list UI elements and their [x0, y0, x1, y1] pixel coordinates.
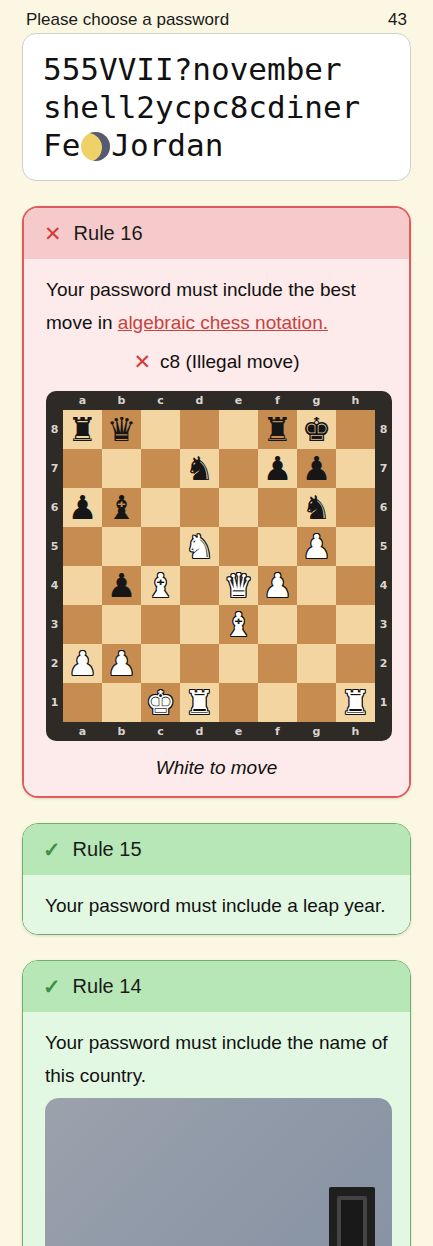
- rank-label-3: 3: [375, 605, 392, 644]
- square-f1: [258, 683, 297, 722]
- piece-wK-c1: ♚: [146, 683, 176, 722]
- square-h6: [336, 488, 375, 527]
- piece-wB-e3: ♝: [224, 605, 254, 644]
- square-a5: [63, 527, 102, 566]
- square-c2: [141, 644, 180, 683]
- rule-16-card: ✕ Rule 16 Your password must include the…: [22, 206, 411, 798]
- piece-bB-b6: ♝: [107, 488, 137, 527]
- square-g2: [297, 644, 336, 683]
- file-label-d: d: [180, 391, 219, 410]
- board-corner: [375, 391, 392, 410]
- piece-wB-c4: ♝: [146, 566, 176, 605]
- square-b2: ♟: [102, 644, 141, 683]
- rank-label-1: 1: [375, 683, 392, 722]
- file-label-b: b: [102, 722, 141, 741]
- rank-label-6: 6: [46, 488, 63, 527]
- rule-15-body: Your password must include a leap year.: [23, 875, 410, 934]
- piece-bQ-b8: ♛: [107, 410, 137, 449]
- password-input[interactable]: 555VVII?november shell2ycpc8cdiner FeJor…: [22, 33, 411, 181]
- file-label-f: f: [258, 391, 297, 410]
- square-h4: [336, 566, 375, 605]
- rank-label-5: 5: [46, 527, 63, 566]
- square-e2: [219, 644, 258, 683]
- rank-label-6: 6: [375, 488, 392, 527]
- square-e3: ♝: [219, 605, 258, 644]
- square-a8: ♜: [63, 410, 102, 449]
- page-title: Please choose a password: [26, 10, 229, 30]
- square-a2: ♟: [63, 644, 102, 683]
- piece-bP-a6: ♟: [68, 488, 98, 527]
- password-line-3-pre: Fe: [43, 127, 80, 163]
- square-d3: [180, 605, 219, 644]
- square-h1: ♜: [336, 683, 375, 722]
- board-corner: [46, 391, 63, 410]
- check-icon: ✓: [43, 839, 61, 860]
- piece-bP-f7: ♟: [263, 449, 293, 488]
- square-d7: ♞: [180, 449, 219, 488]
- file-label-g: g: [297, 722, 336, 741]
- square-b3: [102, 605, 141, 644]
- square-f7: ♟: [258, 449, 297, 488]
- square-e4: ♛: [219, 566, 258, 605]
- square-c3: [141, 605, 180, 644]
- x-icon: ✕: [134, 351, 152, 372]
- piece-wP-g5: ♟: [302, 527, 332, 566]
- rule-14-title: Rule 14: [73, 975, 142, 998]
- x-icon: ✕: [44, 223, 62, 244]
- square-b8: ♛: [102, 410, 141, 449]
- square-e7: [219, 449, 258, 488]
- file-label-g: g: [297, 391, 336, 410]
- square-c8: [141, 410, 180, 449]
- square-d5: ♞: [180, 527, 219, 566]
- rank-label-5: 5: [375, 527, 392, 566]
- square-b7: [102, 449, 141, 488]
- piece-bK-g8: ♚: [302, 410, 332, 449]
- square-b5: [102, 527, 141, 566]
- rule-15-card: ✓ Rule 15 Your password must include a l…: [22, 823, 411, 935]
- rule-16-text: Your password must include the best move…: [46, 273, 387, 339]
- piece-bN-g6: ♞: [302, 488, 332, 527]
- square-f5: [258, 527, 297, 566]
- square-c1: ♚: [141, 683, 180, 722]
- square-a7: [63, 449, 102, 488]
- square-d2: [180, 644, 219, 683]
- square-a4: [63, 566, 102, 605]
- square-f2: [258, 644, 297, 683]
- rule-16-feedback-text: c8 (Illegal move): [160, 345, 299, 378]
- algebraic-notation-link[interactable]: algebraic chess notation.: [118, 312, 328, 333]
- file-label-d: d: [180, 722, 219, 741]
- square-f4: ♟: [258, 566, 297, 605]
- square-e5: [219, 527, 258, 566]
- piece-wR-h1: ♜: [341, 683, 371, 722]
- rank-label-8: 8: [375, 410, 392, 449]
- square-a1: [63, 683, 102, 722]
- piece-bR-a8: ♜: [68, 410, 98, 449]
- piece-bN-d7: ♞: [185, 449, 215, 488]
- square-a6: ♟: [63, 488, 102, 527]
- piece-wP-b2: ♟: [107, 644, 137, 683]
- rule-15-title: Rule 15: [73, 838, 142, 861]
- rank-label-7: 7: [46, 449, 63, 488]
- rank-label-4: 4: [46, 566, 63, 605]
- char-counter: 43: [388, 10, 407, 30]
- square-h2: [336, 644, 375, 683]
- rule-16-feedback: ✕ c8 (Illegal move): [46, 345, 387, 378]
- piece-bP-g7: ♟: [302, 449, 332, 488]
- rule-14-text: Your password must include the name of t…: [45, 1026, 388, 1092]
- rank-label-3: 3: [46, 605, 63, 644]
- piece-bP-b4: ♟: [107, 566, 137, 605]
- file-label-c: c: [141, 722, 180, 741]
- piece-wP-a2: ♟: [68, 644, 98, 683]
- square-g1: [297, 683, 336, 722]
- square-g5: ♟: [297, 527, 336, 566]
- square-c6: [141, 488, 180, 527]
- square-c7: [141, 449, 180, 488]
- square-h3: [336, 605, 375, 644]
- rank-label-2: 2: [375, 644, 392, 683]
- rule-16-body: Your password must include the best move…: [24, 259, 409, 796]
- file-label-f: f: [258, 722, 297, 741]
- square-f3: [258, 605, 297, 644]
- piece-wP-f4: ♟: [263, 566, 293, 605]
- file-label-h: h: [336, 722, 375, 741]
- board-caption: White to move: [46, 751, 387, 784]
- chess-board: abcdefgh8♜♛♜♚87♞♟♟76♟♝♞65♞♟54♟♝♛♟43♝32♟♟…: [46, 391, 392, 741]
- piece-wQ-e4: ♛: [224, 566, 254, 605]
- square-g7: ♟: [297, 449, 336, 488]
- rank-label-7: 7: [375, 449, 392, 488]
- rule-16-header: ✕ Rule 16: [24, 208, 409, 259]
- square-c4: ♝: [141, 566, 180, 605]
- square-h5: [336, 527, 375, 566]
- piece-bR-f8: ♜: [263, 410, 293, 449]
- rank-label-4: 4: [375, 566, 392, 605]
- square-d6: [180, 488, 219, 527]
- file-label-h: h: [336, 391, 375, 410]
- file-label-a: a: [63, 722, 102, 741]
- check-icon: ✓: [43, 976, 61, 997]
- file-label-e: e: [219, 391, 258, 410]
- password-line-2: shell2ycpc8cdiner: [43, 88, 390, 126]
- rank-label-2: 2: [46, 644, 63, 683]
- square-h7: [336, 449, 375, 488]
- square-a3: [63, 605, 102, 644]
- square-e1: [219, 683, 258, 722]
- file-label-b: b: [102, 391, 141, 410]
- square-c5: [141, 527, 180, 566]
- password-line-1: 555VVII?november: [43, 50, 390, 88]
- square-f8: ♜: [258, 410, 297, 449]
- photo-dark-structure: [329, 1187, 375, 1246]
- file-label-a: a: [63, 391, 102, 410]
- square-d8: [180, 410, 219, 449]
- square-g8: ♚: [297, 410, 336, 449]
- rule-14-body: Your password must include the name of t…: [23, 1012, 410, 1246]
- board-corner: [375, 722, 392, 741]
- waning-gibbous-moon-icon: [81, 132, 110, 161]
- rule-16-title: Rule 16: [74, 222, 143, 245]
- board-corner: [46, 722, 63, 741]
- square-e6: [219, 488, 258, 527]
- rank-label-8: 8: [46, 410, 63, 449]
- file-label-c: c: [141, 391, 180, 410]
- file-label-e: e: [219, 722, 258, 741]
- password-line-3-post: Jordan: [111, 127, 223, 163]
- square-d4: [180, 566, 219, 605]
- square-g4: [297, 566, 336, 605]
- piece-wR-d1: ♜: [185, 683, 215, 722]
- rule-14-card: ✓ Rule 14 Your password must include the…: [22, 960, 411, 1246]
- rule-14-header: ✓ Rule 14: [23, 961, 410, 1012]
- password-line-3: FeJordan: [43, 126, 390, 164]
- square-h8: [336, 410, 375, 449]
- square-b4: ♟: [102, 566, 141, 605]
- square-f6: [258, 488, 297, 527]
- square-e8: [219, 410, 258, 449]
- square-d1: ♜: [180, 683, 219, 722]
- rank-label-1: 1: [46, 683, 63, 722]
- piece-wN-d5: ♞: [185, 527, 215, 566]
- square-g6: ♞: [297, 488, 336, 527]
- square-b6: ♝: [102, 488, 141, 527]
- page-header: Please choose a password 43: [0, 0, 433, 30]
- rule-15-text: Your password must include a leap year.: [45, 889, 388, 922]
- country-photo: [45, 1098, 392, 1246]
- photo-dark-structure-inner: [337, 1196, 367, 1246]
- square-g3: [297, 605, 336, 644]
- rule-15-header: ✓ Rule 15: [23, 824, 410, 875]
- square-b1: [102, 683, 141, 722]
